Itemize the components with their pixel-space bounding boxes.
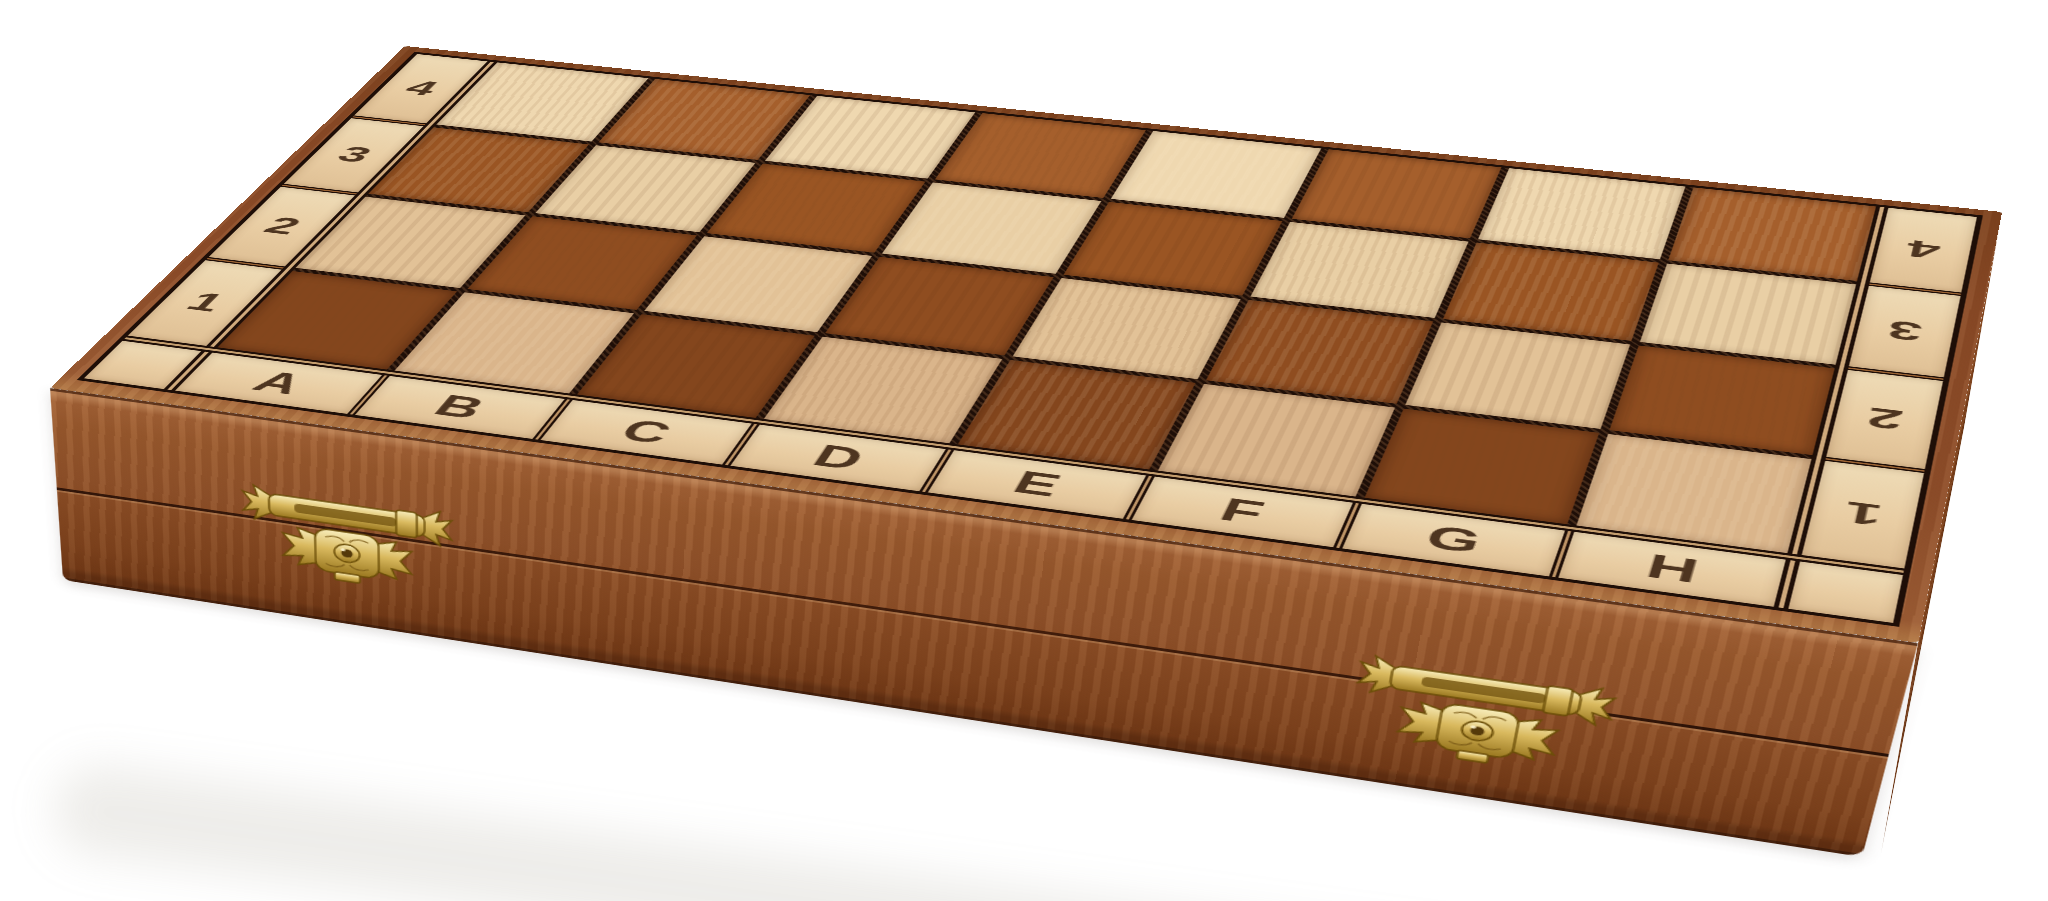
right-brass-latch-icon	[1343, 640, 1624, 782]
product-photo-chess-box: 43214321ABCDEFGH	[0, 0, 2048, 901]
rank-label-right-4: 4	[1870, 208, 1977, 293]
rank-label-right-2: 2	[1826, 370, 1943, 469]
left-brass-latch-icon	[238, 470, 456, 599]
rank-label-right-1: 1	[1802, 461, 1924, 569]
rank-label-right-3: 3	[1849, 286, 1961, 377]
